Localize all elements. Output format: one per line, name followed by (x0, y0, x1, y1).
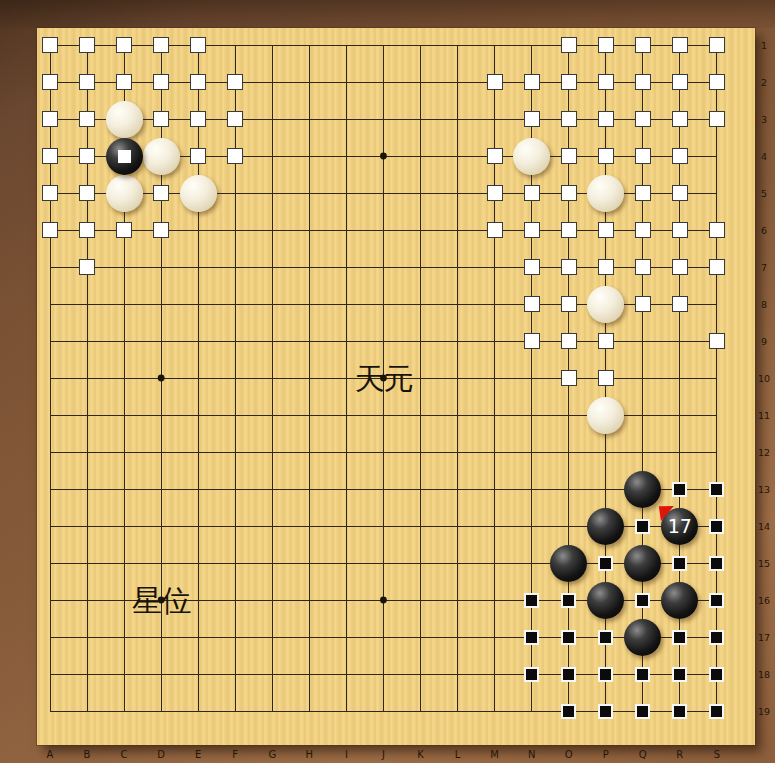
white-square-mark-D6 (153, 222, 169, 238)
row-label-7: 7 (753, 262, 775, 273)
white-square-mark-N6 (524, 222, 540, 238)
stone-white-D4[interactable] (143, 138, 180, 175)
white-square-mark-N2 (524, 74, 540, 90)
white-square-mark-A2 (42, 74, 58, 90)
black-square-mark-Q14 (635, 519, 650, 534)
stone-black-Q15[interactable] (624, 545, 661, 582)
white-square-marker-on-stone-C4 (118, 150, 131, 163)
stone-white-P11[interactable] (587, 397, 624, 434)
row-label-13: 13 (753, 484, 775, 495)
annotation-D16: 星位 (132, 581, 190, 622)
col-label-G: G (268, 749, 276, 760)
white-square-mark-M2 (487, 74, 503, 90)
row-label-19: 19 (753, 706, 775, 717)
white-square-mark-R6 (672, 222, 688, 238)
go-board[interactable]: 17天元星位 (37, 28, 755, 745)
black-square-mark-S15 (709, 556, 724, 571)
black-square-mark-N16 (524, 593, 539, 608)
white-square-mark-B3 (79, 111, 95, 127)
col-label-R: R (676, 749, 683, 760)
white-square-mark-C1 (116, 37, 132, 53)
black-square-mark-P19 (598, 704, 613, 719)
black-square-mark-O16 (561, 593, 576, 608)
black-square-mark-P17 (598, 630, 613, 645)
white-square-mark-M6 (487, 222, 503, 238)
black-square-mark-P15 (598, 556, 613, 571)
white-square-mark-M4 (487, 148, 503, 164)
white-square-mark-N3 (524, 111, 540, 127)
row-label-2: 2 (753, 77, 775, 88)
white-square-mark-E1 (190, 37, 206, 53)
white-square-mark-R3 (672, 111, 688, 127)
white-square-mark-O10 (561, 370, 577, 386)
black-square-mark-S14 (709, 519, 724, 534)
black-square-mark-P18 (598, 667, 613, 682)
black-square-mark-R19 (672, 704, 687, 719)
stone-black-P16[interactable] (587, 582, 624, 619)
stone-white-P8[interactable] (587, 286, 624, 323)
row-label-1: 1 (753, 40, 775, 51)
white-square-mark-Q1 (635, 37, 651, 53)
white-square-mark-D2 (153, 74, 169, 90)
black-square-mark-Q18 (635, 667, 650, 682)
col-label-N: N (528, 749, 535, 760)
stone-white-C3[interactable] (106, 101, 143, 138)
white-square-mark-D1 (153, 37, 169, 53)
white-square-mark-N5 (524, 185, 540, 201)
row-coordinates: 12345678910111213141516171819 (753, 28, 775, 745)
col-label-B: B (84, 749, 91, 760)
white-square-mark-A1 (42, 37, 58, 53)
black-square-mark-S17 (709, 630, 724, 645)
col-label-K: K (417, 749, 424, 760)
col-label-P: P (603, 749, 609, 760)
goban-frame: 17天元星位 12345678910111213141516171819 ABC… (0, 0, 775, 763)
row-label-6: 6 (753, 225, 775, 236)
white-square-mark-Q3 (635, 111, 651, 127)
col-label-D: D (157, 749, 165, 760)
stone-white-E5[interactable] (180, 175, 217, 212)
white-square-mark-Q2 (635, 74, 651, 90)
white-square-mark-S3 (709, 111, 725, 127)
col-label-C: C (121, 749, 128, 760)
white-square-mark-N9 (524, 333, 540, 349)
white-square-mark-A3 (42, 111, 58, 127)
white-square-mark-R1 (672, 37, 688, 53)
white-square-mark-F4 (227, 148, 243, 164)
black-square-mark-O17 (561, 630, 576, 645)
white-square-mark-P9 (598, 333, 614, 349)
black-square-mark-O18 (561, 667, 576, 682)
col-label-H: H (306, 749, 314, 760)
white-square-mark-P7 (598, 259, 614, 275)
black-square-mark-R17 (672, 630, 687, 645)
col-label-F: F (232, 749, 238, 760)
white-square-mark-N8 (524, 296, 540, 312)
white-square-mark-B7 (79, 259, 95, 275)
col-label-L: L (455, 749, 461, 760)
white-square-mark-B2 (79, 74, 95, 90)
white-square-mark-O1 (561, 37, 577, 53)
row-label-3: 3 (753, 114, 775, 125)
white-square-mark-O3 (561, 111, 577, 127)
column-coordinates: ABCDEFGHIJKLMNOPQRS (37, 746, 755, 763)
col-label-O: O (565, 749, 573, 760)
star-point-D10 (158, 375, 165, 382)
row-label-14: 14 (753, 521, 775, 532)
white-square-mark-B4 (79, 148, 95, 164)
row-label-15: 15 (753, 558, 775, 569)
col-label-I: I (345, 749, 348, 760)
row-label-11: 11 (753, 410, 775, 421)
white-square-mark-S9 (709, 333, 725, 349)
row-label-4: 4 (753, 151, 775, 162)
white-square-mark-E4 (190, 148, 206, 164)
stone-black-P14[interactable] (587, 508, 624, 545)
row-label-10: 10 (753, 373, 775, 384)
star-point-J16 (380, 597, 387, 604)
white-square-mark-S2 (709, 74, 725, 90)
annotation-J10: 天元 (354, 359, 412, 400)
col-label-M: M (490, 749, 499, 760)
white-square-mark-O4 (561, 148, 577, 164)
white-square-mark-A6 (42, 222, 58, 238)
black-square-mark-S18 (709, 667, 724, 682)
white-square-mark-P1 (598, 37, 614, 53)
white-square-mark-O5 (561, 185, 577, 201)
black-square-mark-N17 (524, 630, 539, 645)
white-square-mark-Q4 (635, 148, 651, 164)
white-square-mark-A4 (42, 148, 58, 164)
stone-black-O15[interactable] (550, 545, 587, 582)
white-square-mark-E3 (190, 111, 206, 127)
frame-top-shading (0, 0, 775, 28)
col-label-S: S (714, 749, 720, 760)
white-square-mark-P4 (598, 148, 614, 164)
white-square-mark-O9 (561, 333, 577, 349)
stone-white-C5[interactable] (106, 175, 143, 212)
white-square-mark-F2 (227, 74, 243, 90)
black-square-mark-R18 (672, 667, 687, 682)
white-square-mark-O2 (561, 74, 577, 90)
stone-white-P5[interactable] (587, 175, 624, 212)
black-square-mark-S19 (709, 704, 724, 719)
white-square-mark-C6 (116, 222, 132, 238)
stone-black-Q17[interactable] (624, 619, 661, 656)
white-square-mark-P6 (598, 222, 614, 238)
row-label-17: 17 (753, 632, 775, 643)
black-square-mark-R15 (672, 556, 687, 571)
white-square-mark-A5 (42, 185, 58, 201)
stone-black-R16[interactable] (661, 582, 698, 619)
white-square-mark-O6 (561, 222, 577, 238)
white-square-mark-C2 (116, 74, 132, 90)
col-label-A: A (47, 749, 54, 760)
white-square-mark-M5 (487, 185, 503, 201)
row-label-12: 12 (753, 447, 775, 458)
white-square-mark-R4 (672, 148, 688, 164)
black-square-mark-S13 (709, 482, 724, 497)
col-label-J: J (382, 749, 385, 760)
col-label-Q: Q (639, 749, 647, 760)
black-square-mark-R13 (672, 482, 687, 497)
white-square-mark-R7 (672, 259, 688, 275)
black-square-mark-Q16 (635, 593, 650, 608)
white-square-mark-P3 (598, 111, 614, 127)
white-square-mark-B1 (79, 37, 95, 53)
white-square-mark-S1 (709, 37, 725, 53)
white-square-mark-S7 (709, 259, 725, 275)
white-square-mark-O8 (561, 296, 577, 312)
white-square-mark-P10 (598, 370, 614, 386)
white-square-mark-S6 (709, 222, 725, 238)
black-square-mark-S16 (709, 593, 724, 608)
white-square-mark-R8 (672, 296, 688, 312)
stone-white-N4[interactable] (513, 138, 550, 175)
row-label-9: 9 (753, 336, 775, 347)
white-square-mark-Q6 (635, 222, 651, 238)
row-label-16: 16 (753, 595, 775, 606)
white-square-mark-Q5 (635, 185, 651, 201)
white-square-mark-R5 (672, 185, 688, 201)
white-square-mark-R2 (672, 74, 688, 90)
white-square-mark-F3 (227, 111, 243, 127)
black-square-mark-Q19 (635, 704, 650, 719)
black-square-mark-O19 (561, 704, 576, 719)
stone-black-Q13[interactable] (624, 471, 661, 508)
white-square-mark-D5 (153, 185, 169, 201)
white-square-mark-D3 (153, 111, 169, 127)
white-square-mark-B5 (79, 185, 95, 201)
star-point-J4 (380, 153, 387, 160)
white-square-mark-B6 (79, 222, 95, 238)
col-label-E: E (195, 749, 201, 760)
white-square-mark-Q7 (635, 259, 651, 275)
row-label-5: 5 (753, 188, 775, 199)
black-square-mark-N18 (524, 667, 539, 682)
white-square-mark-E2 (190, 74, 206, 90)
row-label-8: 8 (753, 299, 775, 310)
white-square-mark-P2 (598, 74, 614, 90)
white-square-mark-O7 (561, 259, 577, 275)
row-label-18: 18 (753, 669, 775, 680)
white-square-mark-Q8 (635, 296, 651, 312)
white-square-mark-N7 (524, 259, 540, 275)
